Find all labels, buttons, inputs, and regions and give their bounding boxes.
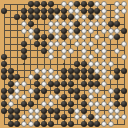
- grid-line-horizontal: [4, 110, 125, 111]
- black-stone: [34, 14, 40, 20]
- white-stone: [48, 21, 54, 27]
- black-stone: [28, 1, 34, 7]
- white-stone: [101, 101, 107, 107]
- black-stone: [48, 108, 54, 114]
- black-stone: [34, 94, 40, 100]
- black-stone: [121, 68, 127, 74]
- black-stone: [81, 1, 87, 7]
- black-stone: [54, 88, 60, 94]
- black-stone: [1, 88, 7, 94]
- black-stone: [81, 101, 87, 107]
- white-stone: [81, 21, 87, 27]
- white-stone: [108, 101, 114, 107]
- white-stone: [68, 8, 74, 14]
- black-stone: [61, 121, 67, 127]
- black-stone: [1, 74, 7, 80]
- black-stone: [48, 14, 54, 20]
- black-stone: [61, 28, 67, 34]
- black-stone: [68, 121, 74, 127]
- white-stone: [28, 88, 34, 94]
- black-stone: [54, 108, 60, 114]
- white-stone: [74, 114, 80, 120]
- white-stone: [48, 68, 54, 74]
- white-stone: [54, 21, 60, 27]
- white-stone: [108, 121, 114, 127]
- white-stone: [54, 94, 60, 100]
- black-stone: [108, 21, 114, 27]
- white-stone: [8, 94, 14, 100]
- black-stone: [41, 48, 47, 54]
- white-stone: [28, 74, 34, 80]
- black-stone: [61, 94, 67, 100]
- black-stone: [68, 88, 74, 94]
- black-stone: [34, 88, 40, 94]
- black-stone: [28, 101, 34, 107]
- black-stone: [74, 88, 80, 94]
- grid-line-horizontal: [4, 90, 125, 91]
- white-stone: [54, 74, 60, 80]
- white-stone: [94, 68, 100, 74]
- black-stone: [88, 8, 94, 14]
- white-stone: [74, 34, 80, 40]
- white-stone: [88, 41, 94, 47]
- white-stone: [41, 68, 47, 74]
- black-stone: [34, 41, 40, 47]
- black-stone: [81, 121, 87, 127]
- black-stone: [94, 121, 100, 127]
- white-stone: [81, 34, 87, 40]
- white-stone: [61, 1, 67, 7]
- black-stone: [21, 54, 27, 60]
- black-stone: [28, 21, 34, 27]
- white-stone: [88, 94, 94, 100]
- white-stone: [81, 54, 87, 60]
- white-stone: [121, 54, 127, 60]
- black-stone: [21, 14, 27, 20]
- white-stone: [48, 101, 54, 107]
- black-stone: [81, 81, 87, 87]
- black-stone: [1, 108, 7, 114]
- black-stone: [21, 48, 27, 54]
- white-stone: [54, 14, 60, 20]
- white-stone: [121, 8, 127, 14]
- white-stone: [54, 34, 60, 40]
- white-stone: [21, 114, 27, 120]
- black-stone: [34, 74, 40, 80]
- black-stone: [8, 88, 14, 94]
- black-stone: [41, 108, 47, 114]
- white-stone: [28, 34, 34, 40]
- black-stone: [48, 1, 54, 7]
- black-stone: [14, 108, 20, 114]
- white-stone: [74, 14, 80, 20]
- white-stone: [94, 61, 100, 67]
- white-stone: [101, 81, 107, 87]
- white-stone: [28, 28, 34, 34]
- white-stone: [108, 88, 114, 94]
- black-stone: [61, 74, 67, 80]
- black-stone: [48, 34, 54, 40]
- white-stone: [114, 28, 120, 34]
- white-stone: [101, 41, 107, 47]
- black-stone: [68, 101, 74, 107]
- white-stone: [108, 34, 114, 40]
- black-stone: [114, 101, 120, 107]
- white-stone: [21, 81, 27, 87]
- black-stone: [8, 121, 14, 127]
- black-stone: [8, 74, 14, 80]
- black-stone: [74, 61, 80, 67]
- white-stone: [94, 48, 100, 54]
- white-stone: [101, 1, 107, 7]
- white-stone: [81, 41, 87, 47]
- white-stone: [101, 8, 107, 14]
- white-stone: [8, 101, 14, 107]
- white-stone: [101, 74, 107, 80]
- black-stone: [28, 14, 34, 20]
- black-stone: [1, 101, 7, 107]
- black-stone: [1, 54, 7, 60]
- black-stone: [41, 121, 47, 127]
- white-stone: [114, 108, 120, 114]
- white-stone: [74, 8, 80, 14]
- black-stone: [8, 108, 14, 114]
- white-stone: [34, 68, 40, 74]
- hoshi-point: [23, 63, 25, 65]
- black-stone: [8, 81, 14, 87]
- black-stone: [21, 8, 27, 14]
- white-stone: [48, 48, 54, 54]
- white-stone: [48, 74, 54, 80]
- white-stone: [94, 34, 100, 40]
- black-stone: [74, 74, 80, 80]
- white-stone: [108, 61, 114, 67]
- black-stone: [41, 14, 47, 20]
- black-stone: [88, 14, 94, 20]
- black-stone: [1, 61, 7, 67]
- white-stone: [101, 21, 107, 27]
- black-stone: [41, 34, 47, 40]
- white-stone: [14, 81, 20, 87]
- white-stone: [88, 88, 94, 94]
- white-stone: [61, 48, 67, 54]
- white-stone: [94, 14, 100, 20]
- black-stone: [81, 108, 87, 114]
- black-stone: [81, 61, 87, 67]
- white-stone: [121, 41, 127, 47]
- white-stone: [108, 74, 114, 80]
- black-stone: [121, 101, 127, 107]
- black-stone: [8, 68, 14, 74]
- white-stone: [101, 54, 107, 60]
- black-stone: [61, 8, 67, 14]
- black-stone: [114, 94, 120, 100]
- black-stone: [8, 114, 14, 120]
- white-stone: [41, 101, 47, 107]
- black-stone: [88, 114, 94, 120]
- white-stone: [101, 121, 107, 127]
- white-stone: [121, 114, 127, 120]
- white-stone: [114, 1, 120, 7]
- black-stone: [1, 94, 7, 100]
- white-stone: [101, 28, 107, 34]
- black-stone: [41, 41, 47, 47]
- black-stone: [81, 68, 87, 74]
- white-stone: [81, 48, 87, 54]
- black-stone: [114, 21, 120, 27]
- black-stone: [41, 1, 47, 7]
- white-stone: [94, 21, 100, 27]
- black-stone: [54, 81, 60, 87]
- black-stone: [114, 88, 120, 94]
- white-stone: [48, 94, 54, 100]
- white-stone: [48, 41, 54, 47]
- black-stone: [34, 1, 40, 7]
- white-stone: [114, 48, 120, 54]
- black-stone: [61, 68, 67, 74]
- white-stone: [74, 41, 80, 47]
- black-stone: [68, 108, 74, 114]
- white-stone: [101, 48, 107, 54]
- white-stone: [94, 1, 100, 7]
- white-stone: [68, 21, 74, 27]
- white-stone: [81, 28, 87, 34]
- white-stone: [28, 108, 34, 114]
- black-stone: [88, 121, 94, 127]
- white-stone: [88, 61, 94, 67]
- white-stone: [41, 74, 47, 80]
- black-stone: [68, 81, 74, 87]
- black-stone: [74, 68, 80, 74]
- black-stone: [34, 28, 40, 34]
- black-stone: [61, 114, 67, 120]
- black-stone: [14, 14, 20, 20]
- black-stone: [34, 121, 40, 127]
- black-stone: [14, 114, 20, 120]
- white-stone: [121, 1, 127, 7]
- white-stone: [88, 101, 94, 107]
- white-stone: [61, 21, 67, 27]
- white-stone: [61, 41, 67, 47]
- black-stone: [74, 1, 80, 7]
- black-stone: [1, 68, 7, 74]
- white-stone: [101, 94, 107, 100]
- white-stone: [101, 68, 107, 74]
- white-stone: [14, 88, 20, 94]
- black-stone: [54, 114, 60, 120]
- white-stone: [114, 8, 120, 14]
- black-stone: [61, 14, 67, 20]
- white-stone: [28, 114, 34, 120]
- black-stone: [48, 121, 54, 127]
- black-stone: [74, 94, 80, 100]
- black-stone: [81, 8, 87, 14]
- white-stone: [114, 14, 120, 20]
- black-stone: [114, 68, 120, 74]
- black-stone: [34, 81, 40, 87]
- white-stone: [21, 21, 27, 27]
- black-stone: [41, 114, 47, 120]
- black-stone: [61, 34, 67, 40]
- white-stone: [41, 81, 47, 87]
- white-stone: [94, 101, 100, 107]
- white-stone: [28, 121, 34, 127]
- black-stone: [48, 8, 54, 14]
- white-stone: [108, 114, 114, 120]
- black-stone: [88, 68, 94, 74]
- white-stone: [34, 108, 40, 114]
- black-stone: [88, 81, 94, 87]
- white-stone: [68, 34, 74, 40]
- black-stone: [61, 101, 67, 107]
- black-stone: [94, 8, 100, 14]
- white-stone: [94, 114, 100, 120]
- white-stone: [88, 21, 94, 27]
- white-stone: [61, 54, 67, 60]
- black-stone: [28, 8, 34, 14]
- black-stone: [21, 101, 27, 107]
- black-stone: [114, 74, 120, 80]
- black-stone: [61, 81, 67, 87]
- black-stone: [88, 74, 94, 80]
- white-stone: [68, 1, 74, 7]
- white-stone: [101, 114, 107, 120]
- white-stone: [48, 28, 54, 34]
- black-stone: [114, 34, 120, 40]
- white-stone: [88, 54, 94, 60]
- black-stone: [94, 81, 100, 87]
- white-stone: [81, 114, 87, 120]
- black-stone: [14, 121, 20, 127]
- white-stone: [94, 88, 100, 94]
- white-stone: [54, 41, 60, 47]
- hoshi-point: [63, 63, 65, 65]
- white-stone: [101, 14, 107, 20]
- black-stone: [34, 8, 40, 14]
- go-app: [0, 0, 128, 128]
- white-stone: [34, 114, 40, 120]
- white-stone: [81, 14, 87, 20]
- black-stone: [81, 94, 87, 100]
- white-stone: [48, 54, 54, 60]
- black-stone: [54, 8, 60, 14]
- white-stone: [54, 28, 60, 34]
- black-stone: [1, 8, 7, 14]
- white-stone: [101, 61, 107, 67]
- white-stone: [14, 94, 20, 100]
- black-stone: [68, 14, 74, 20]
- black-stone: [21, 41, 27, 47]
- black-stone: [41, 88, 47, 94]
- white-stone: [21, 94, 27, 100]
- white-stone: [74, 108, 80, 114]
- black-stone: [68, 74, 74, 80]
- black-stone: [48, 81, 54, 87]
- white-stone: [21, 121, 27, 127]
- white-stone: [88, 28, 94, 34]
- black-stone: [121, 88, 127, 94]
- white-stone: [114, 114, 120, 120]
- black-stone: [74, 28, 80, 34]
- black-stone: [94, 74, 100, 80]
- white-stone: [108, 108, 114, 114]
- black-stone: [34, 34, 40, 40]
- black-stone: [74, 21, 80, 27]
- black-stone: [88, 1, 94, 7]
- black-stone: [121, 28, 127, 34]
- black-stone: [41, 8, 47, 14]
- black-stone: [14, 74, 20, 80]
- white-stone: [94, 108, 100, 114]
- go-board[interactable]: [0, 0, 128, 128]
- white-stone: [68, 28, 74, 34]
- white-stone: [21, 28, 27, 34]
- black-stone: [81, 74, 87, 80]
- white-stone: [68, 48, 74, 54]
- white-stone: [108, 28, 114, 34]
- black-stone: [68, 68, 74, 74]
